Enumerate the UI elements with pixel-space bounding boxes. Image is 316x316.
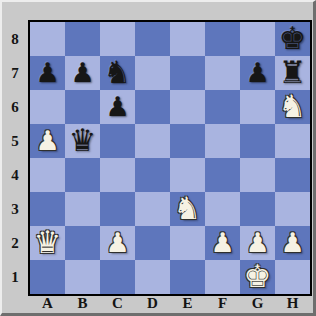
square-h5[interactable]: [275, 124, 310, 158]
piece-white-pawn[interactable]: ♟: [240, 225, 275, 259]
square-b8[interactable]: [65, 22, 100, 56]
file-label-H: H: [275, 294, 310, 313]
square-c1[interactable]: [100, 260, 135, 294]
square-e3[interactable]: ♞: [170, 192, 205, 226]
square-f5[interactable]: [205, 124, 240, 158]
rank-label-1: 1: [2, 260, 28, 294]
square-c4[interactable]: [100, 158, 135, 192]
square-d3[interactable]: [135, 192, 170, 226]
piece-white-pawn[interactable]: ♟: [100, 225, 135, 259]
chess-board: ♚♟♟♞♟♜♟♞♟♛♞♛♟♟♟♟♚: [28, 20, 312, 296]
square-a3[interactable]: [30, 192, 65, 226]
square-e6[interactable]: [170, 90, 205, 124]
square-c3[interactable]: [100, 192, 135, 226]
square-f1[interactable]: [205, 260, 240, 294]
rank-label-5: 5: [2, 124, 28, 158]
square-h3[interactable]: [275, 192, 310, 226]
square-d8[interactable]: [135, 22, 170, 56]
square-h1[interactable]: [275, 260, 310, 294]
piece-black-queen[interactable]: ♛: [65, 123, 100, 157]
square-g8[interactable]: [240, 22, 275, 56]
file-label-E: E: [170, 294, 205, 313]
square-f3[interactable]: [205, 192, 240, 226]
piece-white-pawn[interactable]: ♟: [275, 225, 310, 259]
piece-white-pawn[interactable]: ♟: [205, 225, 240, 259]
square-d1[interactable]: [135, 260, 170, 294]
square-b4[interactable]: [65, 158, 100, 192]
rank-labels: 87654321: [2, 22, 28, 294]
square-h6[interactable]: ♞: [275, 90, 310, 124]
square-a4[interactable]: [30, 158, 65, 192]
piece-white-knight[interactable]: ♞: [170, 191, 205, 225]
rank-label-8: 8: [2, 22, 28, 56]
square-c8[interactable]: [100, 22, 135, 56]
piece-black-pawn[interactable]: ♟: [65, 55, 100, 89]
rank-label-2: 2: [2, 226, 28, 260]
square-e8[interactable]: [170, 22, 205, 56]
square-e1[interactable]: [170, 260, 205, 294]
square-f6[interactable]: [205, 90, 240, 124]
square-g3[interactable]: [240, 192, 275, 226]
square-b3[interactable]: [65, 192, 100, 226]
square-b7[interactable]: ♟: [65, 56, 100, 90]
piece-black-king[interactable]: ♚: [275, 21, 310, 55]
square-a1[interactable]: [30, 260, 65, 294]
piece-white-knight[interactable]: ♞: [275, 89, 310, 123]
square-h2[interactable]: ♟: [275, 226, 310, 260]
rank-label-3: 3: [2, 192, 28, 226]
rank-label-6: 6: [2, 90, 28, 124]
square-a8[interactable]: [30, 22, 65, 56]
square-d4[interactable]: [135, 158, 170, 192]
square-c5[interactable]: [100, 124, 135, 158]
square-g2[interactable]: ♟: [240, 226, 275, 260]
piece-white-king[interactable]: ♚: [240, 259, 275, 293]
file-label-A: A: [30, 294, 65, 313]
piece-black-pawn[interactable]: ♟: [240, 55, 275, 89]
square-b1[interactable]: [65, 260, 100, 294]
file-labels: ABCDEFGH: [30, 294, 310, 313]
square-a7[interactable]: ♟: [30, 56, 65, 90]
square-g4[interactable]: [240, 158, 275, 192]
file-label-D: D: [135, 294, 170, 313]
file-label-F: F: [205, 294, 240, 313]
piece-black-pawn[interactable]: ♟: [30, 55, 65, 89]
square-e5[interactable]: [170, 124, 205, 158]
file-label-B: B: [65, 294, 100, 313]
square-b6[interactable]: [65, 90, 100, 124]
square-c2[interactable]: ♟: [100, 226, 135, 260]
piece-black-pawn[interactable]: ♟: [100, 89, 135, 123]
square-f7[interactable]: [205, 56, 240, 90]
rank-label-7: 7: [2, 56, 28, 90]
square-d5[interactable]: [135, 124, 170, 158]
square-e4[interactable]: [170, 158, 205, 192]
file-label-G: G: [240, 294, 275, 313]
square-e7[interactable]: [170, 56, 205, 90]
square-c7[interactable]: ♞: [100, 56, 135, 90]
piece-white-pawn[interactable]: ♟: [30, 123, 65, 157]
file-label-C: C: [100, 294, 135, 313]
square-g7[interactable]: ♟: [240, 56, 275, 90]
square-a5[interactable]: ♟: [30, 124, 65, 158]
square-c6[interactable]: ♟: [100, 90, 135, 124]
piece-white-queen[interactable]: ♛: [30, 225, 65, 259]
square-g5[interactable]: [240, 124, 275, 158]
square-d6[interactable]: [135, 90, 170, 124]
square-h7[interactable]: ♜: [275, 56, 310, 90]
square-d7[interactable]: [135, 56, 170, 90]
square-b2[interactable]: [65, 226, 100, 260]
square-f4[interactable]: [205, 158, 240, 192]
square-a2[interactable]: ♛: [30, 226, 65, 260]
square-g6[interactable]: [240, 90, 275, 124]
piece-black-knight[interactable]: ♞: [100, 55, 135, 89]
square-a6[interactable]: [30, 90, 65, 124]
square-h8[interactable]: ♚: [275, 22, 310, 56]
piece-black-rook[interactable]: ♜: [275, 55, 310, 89]
square-b5[interactable]: ♛: [65, 124, 100, 158]
rank-label-4: 4: [2, 158, 28, 192]
board-frame: 87654321 ♚♟♟♞♟♜♟♞♟♛♞♛♟♟♟♟♚ ABCDEFGH: [0, 0, 316, 316]
square-h4[interactable]: [275, 158, 310, 192]
square-e2[interactable]: [170, 226, 205, 260]
square-g1[interactable]: ♚: [240, 260, 275, 294]
square-d2[interactable]: [135, 226, 170, 260]
square-f8[interactable]: [205, 22, 240, 56]
square-f2[interactable]: ♟: [205, 226, 240, 260]
